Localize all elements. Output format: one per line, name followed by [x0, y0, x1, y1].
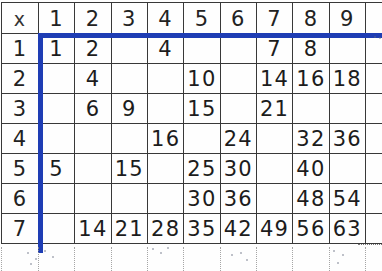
- scan-speck: [152, 248, 154, 250]
- cell-r3c9: [330, 94, 366, 124]
- cell-r3c3: 9: [112, 94, 148, 124]
- cell-r4c3: [112, 124, 148, 154]
- corner-cell: x: [2, 3, 39, 34]
- cell-r1c9: [330, 34, 366, 64]
- cell-r6c8: 48: [293, 184, 329, 214]
- row-header-7: 7: [2, 214, 39, 244]
- partial-column-cell-r5: [366, 154, 382, 184]
- cell-r6c6: 36: [221, 184, 257, 214]
- cell-r2c8: 16: [293, 64, 329, 94]
- cell-r4c9: 36: [330, 124, 366, 154]
- cell-r1c1: 1: [39, 34, 75, 64]
- col-header-4: 4: [148, 3, 184, 34]
- cell-r2c9: 18: [330, 64, 366, 94]
- cell-r6c2: [75, 184, 111, 214]
- cell-r7c1: [39, 214, 75, 244]
- cell-r1c5: [184, 34, 220, 64]
- cell-r5c4: [148, 154, 184, 184]
- row-header-2: 2: [2, 64, 39, 94]
- col-header-7: 7: [257, 3, 293, 34]
- cell-r5c1: 5: [39, 154, 75, 184]
- scan-speck: [337, 262, 339, 264]
- cell-r5c3: 15: [112, 154, 148, 184]
- col-header-3: 3: [112, 3, 148, 34]
- cell-r2c4: [148, 64, 184, 94]
- col-header-6: 6: [221, 3, 257, 34]
- partial-column-header: [366, 3, 382, 34]
- cutoff-gridline: [220, 247, 221, 271]
- scan-speck: [333, 250, 335, 252]
- cell-r6c3: [112, 184, 148, 214]
- cutoff-gridline: [111, 247, 112, 271]
- cell-r7c8: 56: [293, 214, 329, 244]
- cell-r3c6: [221, 94, 257, 124]
- cell-r5c7: [257, 154, 293, 184]
- cell-r7c4: 28: [148, 214, 184, 244]
- cell-r4c4: 16: [148, 124, 184, 154]
- cell-r6c9: 54: [330, 184, 366, 214]
- cell-r7c7: 49: [257, 214, 293, 244]
- cell-r6c5: 30: [184, 184, 220, 214]
- cell-r2c2: 4: [75, 64, 111, 94]
- cell-r1c6: [221, 34, 257, 64]
- cell-r6c4: [148, 184, 184, 214]
- cutoff-gridline: [329, 247, 330, 271]
- scan-speck: [44, 250, 46, 252]
- col-header-8: 8: [293, 3, 329, 34]
- scan-speck: [374, 36, 376, 38]
- cell-r7c9: 63: [330, 214, 366, 244]
- cell-r7c5: 35: [184, 214, 220, 244]
- cell-r1c4: 4: [148, 34, 184, 64]
- cell-r4c5: [184, 124, 220, 154]
- row-header-1: 1: [2, 34, 39, 64]
- partial-column-cell-r2: [366, 64, 382, 94]
- multiplication-table-sheet: x123456789112478241014161836915214162432…: [0, 0, 382, 271]
- cutoff-gridline: [183, 247, 184, 271]
- partial-column-cell-r3: [366, 94, 382, 124]
- col-header-2: 2: [75, 3, 111, 34]
- cell-r3c4: [148, 94, 184, 124]
- cell-r7c3: 21: [112, 214, 148, 244]
- cell-r1c3: [112, 34, 148, 64]
- cell-r4c6: 24: [221, 124, 257, 154]
- row-header-3: 3: [2, 94, 39, 124]
- multiplication-grid: x123456789112478241014161836915214162432…: [1, 2, 382, 244]
- cell-r1c7: 7: [257, 34, 293, 64]
- cell-r4c1: [39, 124, 75, 154]
- header-axis-line-horizontal: [38, 33, 382, 38]
- cell-r2c1: [39, 64, 75, 94]
- scan-speck: [35, 258, 37, 260]
- cell-r4c8: 32: [293, 124, 329, 154]
- scan-speck: [231, 254, 233, 256]
- cell-r6c1: [39, 184, 75, 214]
- scan-speck: [342, 254, 344, 256]
- cell-r4c2: [75, 124, 111, 154]
- row-header-5: 5: [2, 154, 39, 184]
- cell-r5c8: 40: [293, 154, 329, 184]
- cell-r2c7: 14: [257, 64, 293, 94]
- cutoff-gridline: [256, 247, 257, 271]
- cutoff-gridline: [365, 247, 366, 271]
- cell-r2c6: [221, 64, 257, 94]
- partial-column-cell-r6: [366, 184, 382, 214]
- scan-speck: [160, 252, 162, 254]
- cutoff-gridline: [292, 247, 293, 271]
- header-axis-line-vertical: [38, 33, 43, 253]
- scan-speck: [246, 259, 248, 261]
- partial-column-cell-r4: [366, 124, 382, 154]
- cutoff-gridline: [74, 247, 75, 271]
- partial-column-cell-r7: [366, 214, 382, 244]
- scan-speck: [30, 263, 32, 265]
- scan-speck: [240, 252, 242, 254]
- scan-speck: [379, 37, 381, 39]
- cell-r2c5: 10: [184, 64, 220, 94]
- col-header-5: 5: [184, 3, 220, 34]
- scan-noise-dots: [358, 244, 382, 245]
- cell-r6c7: [257, 184, 293, 214]
- cell-r3c2: 6: [75, 94, 111, 124]
- cell-r3c5: 15: [184, 94, 220, 124]
- cell-r3c7: 21: [257, 94, 293, 124]
- col-header-9: 9: [330, 3, 366, 34]
- cell-r5c6: 30: [221, 154, 257, 184]
- cell-r5c2: [75, 154, 111, 184]
- row-header-4: 4: [2, 124, 39, 154]
- cell-r3c1: [39, 94, 75, 124]
- cutoff-gridline: [1, 247, 2, 271]
- cell-r4c7: [257, 124, 293, 154]
- cutoff-gridline: [147, 247, 148, 271]
- cell-r5c5: 25: [184, 154, 220, 184]
- row-header-6: 6: [2, 184, 39, 214]
- scan-speck: [27, 252, 29, 254]
- cell-r7c6: 42: [221, 214, 257, 244]
- cell-r1c8: 8: [293, 34, 329, 64]
- cutoff-gridline: [38, 247, 39, 271]
- cell-r2c3: [112, 64, 148, 94]
- cell-r1c2: 2: [75, 34, 111, 64]
- cell-r7c2: 14: [75, 214, 111, 244]
- scan-speck: [52, 256, 54, 258]
- col-header-1: 1: [39, 3, 75, 34]
- cell-r5c9: [330, 154, 366, 184]
- cell-r3c8: [293, 94, 329, 124]
- scan-speck: [167, 247, 169, 249]
